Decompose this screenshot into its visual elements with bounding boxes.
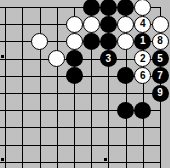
move-number: 9 <box>157 88 163 98</box>
hoshi-Q10 <box>104 158 107 161</box>
stone-S19[interactable] <box>134 0 151 16</box>
stone-T15-move-7[interactable]: 7 <box>152 67 169 84</box>
stone-T14-move-9[interactable]: 9 <box>152 85 169 102</box>
move-number: 1 <box>140 36 146 46</box>
stone-S18-move-4[interactable]: 4 <box>134 16 151 33</box>
stone-T16-move-5[interactable]: 5 <box>152 50 169 67</box>
stone-M17[interactable] <box>31 33 48 50</box>
stone-S17-move-1[interactable]: 1 <box>134 33 151 50</box>
move-number: 2 <box>140 54 146 64</box>
move-number: 8 <box>157 36 163 46</box>
stone-P19[interactable] <box>83 0 100 16</box>
hoshi-K16 <box>1 55 4 58</box>
stone-R17[interactable] <box>117 33 134 50</box>
stone-T17-move-8[interactable]: 8 <box>152 33 169 50</box>
stone-R19[interactable] <box>117 0 134 16</box>
stone-R18[interactable] <box>117 16 134 33</box>
grid-hline <box>0 162 161 163</box>
move-number: 5 <box>157 54 163 64</box>
move-number: 6 <box>140 71 146 81</box>
move-number: 7 <box>157 71 163 81</box>
stone-O17[interactable] <box>66 33 83 50</box>
stone-N16[interactable] <box>48 50 65 67</box>
stone-P17[interactable] <box>83 33 100 50</box>
move-number: 3 <box>106 54 112 64</box>
stone-R15[interactable] <box>117 67 134 84</box>
stone-Q19[interactable] <box>100 0 117 16</box>
stone-S16-move-2[interactable]: 2 <box>134 50 151 67</box>
stone-R13[interactable] <box>117 102 134 119</box>
stone-T18[interactable] <box>152 16 169 33</box>
grid-hline <box>0 127 161 128</box>
stone-O18[interactable] <box>66 16 83 33</box>
go-board[interactable]: 418325679 <box>0 0 170 168</box>
stone-P18[interactable] <box>83 16 100 33</box>
stone-Q17[interactable] <box>100 33 117 50</box>
stone-O15[interactable] <box>66 67 83 84</box>
stone-S15-move-6[interactable]: 6 <box>134 67 151 84</box>
move-number: 4 <box>140 19 146 29</box>
stone-Q16-move-3[interactable]: 3 <box>100 50 117 67</box>
grid-hline <box>0 93 161 94</box>
grid-hline <box>0 145 161 146</box>
stone-S13[interactable] <box>134 102 151 119</box>
stone-O16[interactable] <box>66 50 83 67</box>
stone-Q18[interactable] <box>100 16 117 33</box>
hoshi-K10 <box>1 158 4 161</box>
